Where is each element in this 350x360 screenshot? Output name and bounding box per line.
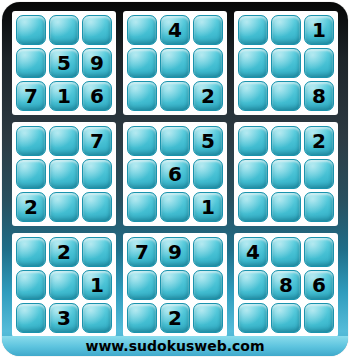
sudoku-cell-r8c7[interactable] — [238, 270, 268, 300]
sudoku-cell-r1c8[interactable] — [271, 15, 301, 45]
given-digit: 8 — [279, 275, 293, 295]
sudoku-cell-r2c2[interactable]: 5 — [49, 48, 79, 78]
sudoku-cell-r1c7[interactable] — [238, 15, 268, 45]
sudoku-cell-r5c4[interactable] — [127, 159, 157, 189]
sudoku-cell-r9c7[interactable] — [238, 303, 268, 333]
sudoku-cell-r8c6[interactable] — [193, 270, 223, 300]
sudoku-cell-r3c7[interactable] — [238, 81, 268, 111]
given-digit: 6 — [312, 275, 326, 295]
sudoku-cell-r2c7[interactable] — [238, 48, 268, 78]
sudoku-cell-r2c8[interactable] — [271, 48, 301, 78]
sudoku-cell-r7c7[interactable]: 4 — [238, 237, 268, 267]
given-digit: 6 — [90, 86, 104, 106]
sudoku-box-1-1: 59716 — [12, 11, 116, 115]
sudoku-box-3-1: 213 — [12, 233, 116, 337]
sudoku-cell-r3c3[interactable]: 6 — [82, 81, 112, 111]
sudoku-box-1-3: 18 — [234, 11, 338, 115]
sudoku-cell-r7c6[interactable] — [193, 237, 223, 267]
sudoku-cell-r8c3[interactable]: 1 — [82, 270, 112, 300]
given-digit: 5 — [57, 53, 71, 73]
sudoku-cell-r9c6[interactable] — [193, 303, 223, 333]
site-url[interactable]: www.sudokusweb.com — [85, 338, 264, 354]
sudoku-cell-r5c7[interactable] — [238, 159, 268, 189]
sudoku-cell-r2c3[interactable]: 9 — [82, 48, 112, 78]
sudoku-cell-r6c9[interactable] — [304, 192, 334, 222]
given-digit: 4 — [168, 20, 182, 40]
sudoku-cell-r3c5[interactable] — [160, 81, 190, 111]
sudoku-cell-r1c2[interactable] — [49, 15, 79, 45]
sudoku-cell-r6c4[interactable] — [127, 192, 157, 222]
sudoku-cell-r5c9[interactable] — [304, 159, 334, 189]
sudoku-cell-r9c8[interactable] — [271, 303, 301, 333]
given-digit: 1 — [312, 20, 326, 40]
sudoku-cell-r7c1[interactable] — [16, 237, 46, 267]
sudoku-cell-r9c9[interactable] — [304, 303, 334, 333]
sudoku-cell-r3c8[interactable] — [271, 81, 301, 111]
sudoku-cell-r7c9[interactable] — [304, 237, 334, 267]
sudoku-cell-r7c5[interactable]: 9 — [160, 237, 190, 267]
sudoku-cell-r3c9[interactable]: 8 — [304, 81, 334, 111]
sudoku-plaque: 597164218725612213792486 www.sudokusweb.… — [2, 2, 348, 356]
sudoku-cell-r4c8[interactable] — [271, 126, 301, 156]
sudoku-cell-r6c8[interactable] — [271, 192, 301, 222]
sudoku-cell-r9c3[interactable] — [82, 303, 112, 333]
sudoku-cell-r7c4[interactable]: 7 — [127, 237, 157, 267]
sudoku-cell-r8c1[interactable] — [16, 270, 46, 300]
given-digit: 7 — [90, 131, 104, 151]
sudoku-cell-r5c6[interactable] — [193, 159, 223, 189]
sudoku-cell-r1c6[interactable] — [193, 15, 223, 45]
sudoku-cell-r3c1[interactable]: 7 — [16, 81, 46, 111]
sudoku-cell-r8c2[interactable] — [49, 270, 79, 300]
sudoku-cell-r4c3[interactable]: 7 — [82, 126, 112, 156]
sudoku-cell-r9c4[interactable] — [127, 303, 157, 333]
given-digit: 2 — [57, 242, 71, 262]
given-digit: 9 — [168, 242, 182, 262]
sudoku-cell-r1c3[interactable] — [82, 15, 112, 45]
sudoku-board: 597164218725612213792486 — [12, 11, 338, 337]
given-digit: 4 — [246, 242, 260, 262]
sudoku-box-2-3: 2 — [234, 122, 338, 226]
sudoku-cell-r6c5[interactable] — [160, 192, 190, 222]
sudoku-cell-r6c2[interactable] — [49, 192, 79, 222]
sudoku-cell-r2c6[interactable] — [193, 48, 223, 78]
sudoku-cell-r6c6[interactable]: 1 — [193, 192, 223, 222]
sudoku-cell-r2c4[interactable] — [127, 48, 157, 78]
sudoku-cell-r9c2[interactable]: 3 — [49, 303, 79, 333]
sudoku-cell-r8c4[interactable] — [127, 270, 157, 300]
given-digit: 7 — [135, 242, 149, 262]
sudoku-cell-r8c9[interactable]: 6 — [304, 270, 334, 300]
sudoku-cell-r1c5[interactable]: 4 — [160, 15, 190, 45]
given-digit: 6 — [168, 164, 182, 184]
given-digit: 9 — [90, 53, 104, 73]
given-digit: 2 — [24, 197, 38, 217]
sudoku-cell-r9c5[interactable]: 2 — [160, 303, 190, 333]
sudoku-cell-r6c3[interactable] — [82, 192, 112, 222]
sudoku-cell-r2c5[interactable] — [160, 48, 190, 78]
sudoku-cell-r5c8[interactable] — [271, 159, 301, 189]
sudoku-cell-r4c1[interactable] — [16, 126, 46, 156]
sudoku-cell-r2c1[interactable] — [16, 48, 46, 78]
given-digit: 2 — [201, 86, 215, 106]
given-digit: 2 — [168, 308, 182, 328]
sudoku-box-1-2: 42 — [123, 11, 227, 115]
given-digit: 1 — [57, 86, 71, 106]
sudoku-cell-r4c7[interactable] — [238, 126, 268, 156]
sudoku-cell-r4c6[interactable]: 5 — [193, 126, 223, 156]
sudoku-cell-r8c8[interactable]: 8 — [271, 270, 301, 300]
sudoku-cell-r3c4[interactable] — [127, 81, 157, 111]
sudoku-cell-r2c9[interactable] — [304, 48, 334, 78]
sudoku-cell-r7c2[interactable]: 2 — [49, 237, 79, 267]
sudoku-cell-r5c3[interactable] — [82, 159, 112, 189]
sudoku-cell-r1c1[interactable] — [16, 15, 46, 45]
sudoku-cell-r3c6[interactable]: 2 — [193, 81, 223, 111]
given-digit: 3 — [57, 308, 71, 328]
sudoku-cell-r1c9[interactable]: 1 — [304, 15, 334, 45]
sudoku-cell-r4c5[interactable] — [160, 126, 190, 156]
given-digit: 1 — [90, 275, 104, 295]
sudoku-box-2-2: 561 — [123, 122, 227, 226]
footer-band: www.sudokusweb.com — [2, 336, 348, 356]
sudoku-cell-r6c7[interactable] — [238, 192, 268, 222]
sudoku-box-2-1: 72 — [12, 122, 116, 226]
sudoku-cell-r5c2[interactable] — [49, 159, 79, 189]
given-digit: 8 — [312, 86, 326, 106]
given-digit: 2 — [312, 131, 326, 151]
sudoku-cell-r9c1[interactable] — [16, 303, 46, 333]
sudoku-box-3-3: 486 — [234, 233, 338, 337]
sudoku-cell-r7c3[interactable] — [82, 237, 112, 267]
sudoku-cell-r4c2[interactable] — [49, 126, 79, 156]
sudoku-cell-r4c9[interactable]: 2 — [304, 126, 334, 156]
sudoku-cell-r5c1[interactable] — [16, 159, 46, 189]
given-digit: 1 — [201, 197, 215, 217]
sudoku-cell-r7c8[interactable] — [271, 237, 301, 267]
given-digit: 5 — [201, 131, 215, 151]
sudoku-cell-r3c2[interactable]: 1 — [49, 81, 79, 111]
sudoku-cell-r5c5[interactable]: 6 — [160, 159, 190, 189]
sudoku-box-3-2: 792 — [123, 233, 227, 337]
sudoku-cell-r8c5[interactable] — [160, 270, 190, 300]
sudoku-cell-r1c4[interactable] — [127, 15, 157, 45]
sudoku-cell-r6c1[interactable]: 2 — [16, 192, 46, 222]
given-digit: 7 — [24, 86, 38, 106]
sudoku-cell-r4c4[interactable] — [127, 126, 157, 156]
